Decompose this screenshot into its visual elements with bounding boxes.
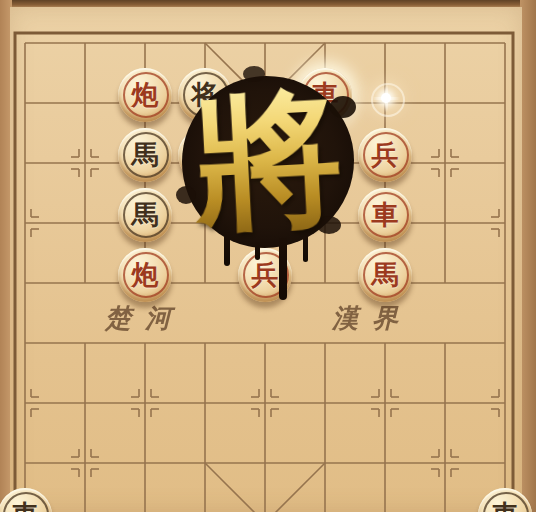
piece-character: 兵 <box>252 261 279 288</box>
black-chariot[interactable]: 車 <box>0 488 52 512</box>
game-screen: 楚河 漢界 炮将車馬士士兵馬車炮兵馬車車 將 <box>0 0 536 512</box>
piece-character: 将 <box>192 81 219 108</box>
black-horse[interactable]: 馬 <box>118 128 172 182</box>
black-advisor[interactable]: 士 <box>178 128 232 182</box>
piece-character: 馬 <box>132 201 159 228</box>
red-chariot[interactable]: 車 <box>358 188 412 242</box>
red-soldier[interactable]: 兵 <box>358 128 412 182</box>
piece-character: 士 <box>312 141 339 168</box>
red-cannon[interactable]: 炮 <box>118 68 172 122</box>
piece-character: 兵 <box>372 141 399 168</box>
pieces-layer: 炮将車馬士士兵馬車炮兵馬車車 <box>0 0 536 512</box>
piece-character: 士 <box>192 141 219 168</box>
black-general[interactable]: 将 <box>178 68 232 122</box>
piece-character: 炮 <box>132 261 159 288</box>
red-soldier[interactable]: 兵 <box>238 248 292 302</box>
piece-character: 馬 <box>132 141 159 168</box>
piece-character: 車 <box>372 201 399 228</box>
piece-character: 馬 <box>372 261 399 288</box>
piece-character: 車 <box>492 501 519 512</box>
red-cannon[interactable]: 炮 <box>118 248 172 302</box>
piece-character: 炮 <box>132 81 159 108</box>
red-horse[interactable]: 馬 <box>358 248 412 302</box>
piece-character: 車 <box>312 81 339 108</box>
black-chariot[interactable]: 車 <box>478 488 532 512</box>
red-chariot[interactable]: 車 <box>298 68 352 122</box>
black-advisor[interactable]: 士 <box>298 128 352 182</box>
piece-character: 車 <box>12 501 39 512</box>
black-horse[interactable]: 馬 <box>118 188 172 242</box>
